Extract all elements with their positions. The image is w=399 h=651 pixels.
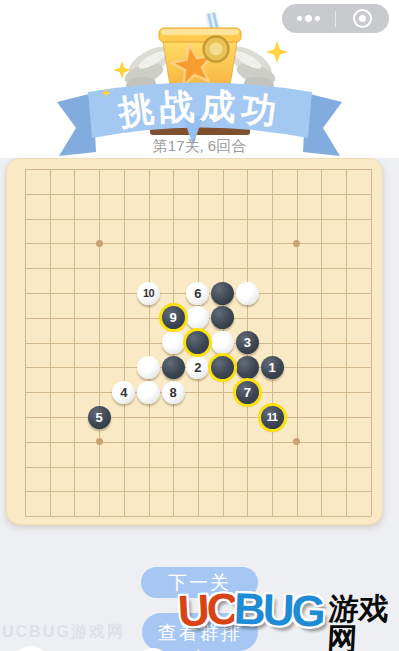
move-number: 1	[268, 360, 275, 375]
black-stone	[211, 306, 234, 329]
white-stone	[137, 356, 160, 379]
move-number: 7	[244, 385, 251, 400]
watermark-uc: UC	[177, 587, 237, 634]
white-stone-move-4: 4	[112, 381, 135, 404]
more-dots-icon	[315, 16, 320, 21]
more-dots-icon	[297, 16, 302, 21]
more-dots-icon	[305, 15, 312, 22]
white-stone	[162, 331, 185, 354]
watermark-bug: BUG	[233, 586, 323, 633]
exit-miniprogram-button[interactable]	[336, 4, 389, 33]
black-stone-move-1: 1	[261, 356, 284, 379]
white-stone	[236, 282, 259, 305]
grid-line	[371, 169, 372, 516]
black-stone	[186, 331, 209, 354]
circle-record-icon	[353, 9, 372, 28]
ucbug-watermark: UC BUG 游戏网 .com	[178, 588, 399, 651]
move-number: 9	[170, 310, 177, 325]
star-point	[96, 240, 103, 247]
black-stone-move-11: 11	[261, 406, 284, 429]
grid-line	[346, 169, 347, 516]
black-stone	[236, 356, 259, 379]
grid-line	[25, 467, 371, 468]
white-stone-move-2: 2	[186, 356, 209, 379]
grid-line	[321, 169, 322, 516]
move-number: 3	[244, 335, 251, 350]
move-number: 2	[194, 360, 201, 375]
white-stone-move-10: 10	[137, 282, 160, 305]
move-number: 11	[267, 411, 278, 423]
app-screen: 挑战成功 第17关, 6回合 1069321487511 下一关 查看群排名 U…	[0, 0, 399, 651]
ghost-watermark: UCBUG游戏网	[2, 622, 125, 643]
grid-line	[25, 392, 371, 393]
grid-line	[25, 516, 371, 517]
star-point	[293, 240, 300, 247]
grid-line	[297, 169, 298, 516]
black-stone	[211, 356, 234, 379]
grid-line	[25, 442, 371, 443]
level-subtitle: 第17关, 6回合	[0, 137, 399, 156]
black-stone-move-9: 9	[162, 306, 185, 329]
move-number: 6	[194, 286, 201, 301]
watermark-site-name: 游戏网	[327, 594, 399, 651]
move-number: 10	[143, 287, 154, 299]
grid-line	[272, 169, 273, 516]
board-grid: 1069321487511	[7, 159, 382, 524]
black-stone	[211, 282, 234, 305]
grid-line	[25, 491, 371, 492]
black-stone-move-3: 3	[236, 331, 259, 354]
move-number: 8	[170, 385, 177, 400]
move-number: 4	[120, 385, 127, 400]
more-menu-button[interactable]	[282, 4, 335, 33]
white-stone-move-8: 8	[162, 381, 185, 404]
white-stone	[137, 381, 160, 404]
black-stone	[162, 356, 185, 379]
white-stone	[211, 331, 234, 354]
move-number: 5	[95, 410, 102, 425]
white-stone-move-6: 6	[186, 282, 209, 305]
star-point	[96, 438, 103, 445]
gomoku-board: 1069321487511	[6, 158, 383, 525]
decorative-bubble	[12, 646, 50, 651]
wechat-capsule	[282, 4, 389, 33]
black-stone-move-5: 5	[88, 406, 111, 429]
black-stone-move-7: 7	[236, 381, 259, 404]
star-point	[293, 438, 300, 445]
grid-line	[25, 417, 371, 418]
white-stone	[186, 306, 209, 329]
